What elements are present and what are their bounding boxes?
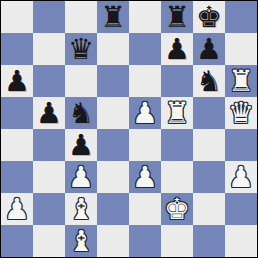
square-b3[interactable] bbox=[33, 161, 65, 193]
black-rook-icon[interactable]: ♜ bbox=[100, 1, 126, 33]
square-g3[interactable] bbox=[193, 161, 225, 193]
square-g2[interactable] bbox=[193, 193, 225, 225]
black-knight-icon[interactable]: ♞ bbox=[196, 65, 222, 97]
square-e3[interactable]: ♟ bbox=[129, 161, 161, 193]
square-e1[interactable] bbox=[129, 225, 161, 257]
square-d6[interactable] bbox=[97, 65, 129, 97]
square-h3[interactable]: ♟ bbox=[225, 161, 257, 193]
square-h6[interactable]: ♜ bbox=[225, 65, 257, 97]
square-h4[interactable] bbox=[225, 129, 257, 161]
square-h5[interactable]: ♛ bbox=[225, 97, 257, 129]
square-d7[interactable] bbox=[97, 33, 129, 65]
square-c1[interactable]: ♝ bbox=[65, 225, 97, 257]
white-pawn-icon[interactable]: ♟ bbox=[68, 161, 94, 193]
square-a8[interactable] bbox=[1, 1, 33, 33]
square-g7[interactable]: ♟ bbox=[193, 33, 225, 65]
square-d3[interactable] bbox=[97, 161, 129, 193]
square-f8[interactable]: ♜ bbox=[161, 1, 193, 33]
square-d5[interactable] bbox=[97, 97, 129, 129]
square-a5[interactable] bbox=[1, 97, 33, 129]
square-g5[interactable] bbox=[193, 97, 225, 129]
square-a2[interactable]: ♟ bbox=[1, 193, 33, 225]
square-c5[interactable]: ♞ bbox=[65, 97, 97, 129]
square-d1[interactable] bbox=[97, 225, 129, 257]
square-a4[interactable] bbox=[1, 129, 33, 161]
chess-board: ♜♜♚♛♟♟♟♞♜♟♞♟♜♛♟♟♟♟♟♝♚♝ bbox=[1, 1, 257, 257]
square-a1[interactable] bbox=[1, 225, 33, 257]
square-a7[interactable] bbox=[1, 33, 33, 65]
white-pawn-icon[interactable]: ♟ bbox=[228, 161, 254, 193]
board-frame: ♜♜♚♛♟♟♟♞♜♟♞♟♜♛♟♟♟♟♟♝♚♝ bbox=[0, 0, 258, 258]
square-g1[interactable] bbox=[193, 225, 225, 257]
black-knight-icon[interactable]: ♞ bbox=[68, 97, 94, 129]
square-c8[interactable] bbox=[65, 1, 97, 33]
square-f4[interactable] bbox=[161, 129, 193, 161]
square-e5[interactable]: ♟ bbox=[129, 97, 161, 129]
square-e8[interactable] bbox=[129, 1, 161, 33]
square-b6[interactable] bbox=[33, 65, 65, 97]
white-rook-icon[interactable]: ♜ bbox=[228, 65, 254, 97]
black-pawn-icon[interactable]: ♟ bbox=[36, 97, 62, 129]
black-pawn-icon[interactable]: ♟ bbox=[68, 129, 94, 161]
square-e7[interactable] bbox=[129, 33, 161, 65]
white-king-icon[interactable]: ♚ bbox=[164, 193, 190, 225]
square-e6[interactable] bbox=[129, 65, 161, 97]
black-rook-icon[interactable]: ♜ bbox=[164, 1, 190, 33]
white-queen-icon[interactable]: ♛ bbox=[228, 97, 254, 129]
black-pawn-icon[interactable]: ♟ bbox=[4, 65, 30, 97]
white-bishop-icon[interactable]: ♝ bbox=[68, 225, 94, 257]
square-b1[interactable] bbox=[33, 225, 65, 257]
square-g4[interactable] bbox=[193, 129, 225, 161]
square-c2[interactable]: ♝ bbox=[65, 193, 97, 225]
square-f6[interactable] bbox=[161, 65, 193, 97]
square-h2[interactable] bbox=[225, 193, 257, 225]
square-g6[interactable]: ♞ bbox=[193, 65, 225, 97]
square-b8[interactable] bbox=[33, 1, 65, 33]
black-pawn-icon[interactable]: ♟ bbox=[196, 33, 222, 65]
square-a6[interactable]: ♟ bbox=[1, 65, 33, 97]
square-h1[interactable] bbox=[225, 225, 257, 257]
black-queen-icon[interactable]: ♛ bbox=[68, 33, 94, 65]
square-e2[interactable] bbox=[129, 193, 161, 225]
square-f3[interactable] bbox=[161, 161, 193, 193]
square-e4[interactable] bbox=[129, 129, 161, 161]
square-d8[interactable]: ♜ bbox=[97, 1, 129, 33]
black-pawn-icon[interactable]: ♟ bbox=[164, 33, 190, 65]
square-c6[interactable] bbox=[65, 65, 97, 97]
white-pawn-icon[interactable]: ♟ bbox=[132, 161, 158, 193]
square-b7[interactable] bbox=[33, 33, 65, 65]
square-b5[interactable]: ♟ bbox=[33, 97, 65, 129]
square-f2[interactable]: ♚ bbox=[161, 193, 193, 225]
white-pawn-icon[interactable]: ♟ bbox=[132, 97, 158, 129]
square-b4[interactable] bbox=[33, 129, 65, 161]
white-pawn-icon[interactable]: ♟ bbox=[4, 193, 30, 225]
square-g8[interactable]: ♚ bbox=[193, 1, 225, 33]
square-f7[interactable]: ♟ bbox=[161, 33, 193, 65]
square-c4[interactable]: ♟ bbox=[65, 129, 97, 161]
black-king-icon[interactable]: ♚ bbox=[196, 1, 222, 33]
square-h8[interactable] bbox=[225, 1, 257, 33]
square-h7[interactable] bbox=[225, 33, 257, 65]
square-c7[interactable]: ♛ bbox=[65, 33, 97, 65]
square-f1[interactable] bbox=[161, 225, 193, 257]
square-c3[interactable]: ♟ bbox=[65, 161, 97, 193]
square-d4[interactable] bbox=[97, 129, 129, 161]
square-f5[interactable]: ♜ bbox=[161, 97, 193, 129]
square-a3[interactable] bbox=[1, 161, 33, 193]
square-b2[interactable] bbox=[33, 193, 65, 225]
white-rook-icon[interactable]: ♜ bbox=[164, 97, 190, 129]
white-bishop-icon[interactable]: ♝ bbox=[68, 193, 94, 225]
square-d2[interactable] bbox=[97, 193, 129, 225]
